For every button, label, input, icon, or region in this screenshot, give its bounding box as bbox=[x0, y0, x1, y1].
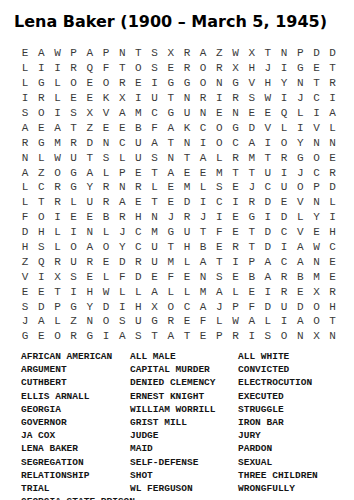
grid-cell[interactable]: J bbox=[292, 91, 308, 106]
grid-cell[interactable]: O bbox=[33, 106, 49, 121]
grid-cell[interactable]: W bbox=[260, 91, 276, 106]
grid-cell[interactable]: F bbox=[244, 299, 260, 314]
grid-cell[interactable]: H bbox=[325, 225, 341, 240]
grid-cell[interactable]: Y bbox=[276, 76, 292, 91]
grid-cell[interactable]: H bbox=[33, 225, 49, 240]
grid-cell[interactable]: U bbox=[66, 150, 82, 165]
grid-cell[interactable]: D bbox=[260, 299, 276, 314]
grid-cell[interactable]: E bbox=[130, 195, 146, 210]
grid-cell[interactable]: A bbox=[163, 165, 179, 180]
grid-cell[interactable]: L bbox=[292, 106, 308, 121]
grid-cell[interactable]: E bbox=[276, 195, 292, 210]
grid-cell[interactable]: R bbox=[276, 150, 292, 165]
grid-cell[interactable]: T bbox=[163, 240, 179, 255]
grid-cell[interactable]: Q bbox=[33, 254, 49, 269]
grid-cell[interactable]: T bbox=[179, 329, 195, 344]
grid-cell[interactable]: E bbox=[227, 210, 243, 225]
grid-cell[interactable]: S bbox=[98, 150, 114, 165]
grid-cell[interactable]: D bbox=[325, 180, 341, 195]
grid-cell[interactable]: S bbox=[147, 46, 163, 61]
grid-cell[interactable]: L bbox=[276, 120, 292, 135]
grid-cell[interactable]: Z bbox=[66, 314, 82, 329]
grid-cell[interactable]: R bbox=[33, 91, 49, 106]
grid-cell[interactable]: R bbox=[98, 180, 114, 195]
grid-cell[interactable]: O bbox=[33, 210, 49, 225]
grid-cell[interactable]: X bbox=[244, 46, 260, 61]
grid-cell[interactable]: V bbox=[260, 120, 276, 135]
grid-cell[interactable]: T bbox=[147, 329, 163, 344]
grid-cell[interactable]: D bbox=[308, 46, 324, 61]
grid-cell[interactable]: D bbox=[260, 225, 276, 240]
grid-cell[interactable]: A bbox=[163, 120, 179, 135]
grid-cell[interactable]: T bbox=[244, 225, 260, 240]
grid-cell[interactable]: R bbox=[98, 195, 114, 210]
grid-cell[interactable]: E bbox=[308, 61, 324, 76]
grid-cell[interactable]: J bbox=[260, 61, 276, 76]
grid-cell[interactable]: Z bbox=[33, 165, 49, 180]
grid-cell[interactable]: U bbox=[130, 150, 146, 165]
grid-cell[interactable]: D bbox=[292, 299, 308, 314]
grid-cell[interactable]: I bbox=[276, 314, 292, 329]
grid-cell[interactable]: E bbox=[292, 284, 308, 299]
grid-cell[interactable]: D bbox=[33, 299, 49, 314]
grid-cell[interactable]: W bbox=[227, 46, 243, 61]
grid-cell[interactable]: L bbox=[227, 284, 243, 299]
grid-cell[interactable]: L bbox=[17, 76, 33, 91]
grid-cell[interactable]: A bbox=[325, 106, 341, 121]
grid-cell[interactable]: A bbox=[114, 106, 130, 121]
grid-cell[interactable]: G bbox=[292, 150, 308, 165]
grid-cell[interactable]: T bbox=[260, 150, 276, 165]
grid-cell[interactable]: E bbox=[179, 269, 195, 284]
grid-cell[interactable]: L bbox=[179, 284, 195, 299]
grid-cell[interactable]: C bbox=[179, 299, 195, 314]
grid-cell[interactable]: A bbox=[195, 46, 211, 61]
grid-cell[interactable]: C bbox=[33, 180, 49, 195]
grid-cell[interactable]: O bbox=[49, 329, 65, 344]
grid-cell[interactable]: E bbox=[17, 284, 33, 299]
grid-cell[interactable]: P bbox=[98, 46, 114, 61]
grid-cell[interactable]: T bbox=[66, 120, 82, 135]
grid-cell[interactable]: J bbox=[17, 314, 33, 329]
grid-cell[interactable]: L bbox=[98, 225, 114, 240]
grid-cell[interactable]: S bbox=[66, 106, 82, 121]
grid-cell[interactable]: I bbox=[49, 106, 65, 121]
grid-cell[interactable]: I bbox=[66, 284, 82, 299]
grid-cell[interactable]: E bbox=[325, 269, 341, 284]
grid-cell[interactable]: O bbox=[163, 299, 179, 314]
grid-cell[interactable]: L bbox=[66, 195, 82, 210]
grid-cell[interactable]: T bbox=[227, 165, 243, 180]
grid-cell[interactable]: I bbox=[33, 269, 49, 284]
grid-cell[interactable]: N bbox=[82, 225, 98, 240]
grid-cell[interactable]: R bbox=[211, 61, 227, 76]
grid-cell[interactable]: A bbox=[82, 240, 98, 255]
grid-cell[interactable]: I bbox=[276, 165, 292, 180]
grid-cell[interactable]: U bbox=[276, 299, 292, 314]
grid-cell[interactable]: N bbox=[276, 46, 292, 61]
grid-cell[interactable]: R bbox=[163, 314, 179, 329]
grid-cell[interactable]: E bbox=[244, 284, 260, 299]
grid-cell[interactable]: R bbox=[49, 254, 65, 269]
grid-cell[interactable]: R bbox=[325, 76, 341, 91]
grid-cell[interactable]: K bbox=[179, 120, 195, 135]
grid-cell[interactable]: R bbox=[49, 195, 65, 210]
grid-cell[interactable]: S bbox=[211, 269, 227, 284]
grid-cell[interactable]: D bbox=[17, 225, 33, 240]
grid-cell[interactable]: N bbox=[114, 46, 130, 61]
grid-cell[interactable]: A bbox=[163, 329, 179, 344]
grid-cell[interactable]: U bbox=[66, 254, 82, 269]
grid-cell[interactable]: E bbox=[82, 91, 98, 106]
grid-cell[interactable]: S bbox=[114, 314, 130, 329]
grid-cell[interactable]: Y bbox=[82, 180, 98, 195]
grid-cell[interactable]: E bbox=[98, 254, 114, 269]
grid-cell[interactable]: M bbox=[179, 180, 195, 195]
grid-cell[interactable]: G bbox=[244, 210, 260, 225]
grid-cell[interactable]: K bbox=[98, 91, 114, 106]
grid-cell[interactable]: U bbox=[179, 106, 195, 121]
grid-cell[interactable]: T bbox=[260, 46, 276, 61]
grid-cell[interactable]: O bbox=[98, 76, 114, 91]
grid-cell[interactable]: M bbox=[308, 269, 324, 284]
grid-cell[interactable]: E bbox=[114, 120, 130, 135]
grid-cell[interactable]: U bbox=[147, 91, 163, 106]
grid-cell[interactable]: E bbox=[66, 91, 82, 106]
grid-cell[interactable]: O bbox=[292, 180, 308, 195]
grid-cell[interactable]: V bbox=[17, 269, 33, 284]
grid-cell[interactable]: F bbox=[114, 269, 130, 284]
grid-cell[interactable]: R bbox=[227, 329, 243, 344]
grid-cell[interactable]: L bbox=[114, 284, 130, 299]
grid-cell[interactable]: D bbox=[98, 299, 114, 314]
grid-cell[interactable]: P bbox=[244, 254, 260, 269]
grid-cell[interactable]: C bbox=[211, 195, 227, 210]
grid-cell[interactable]: E bbox=[195, 329, 211, 344]
grid-cell[interactable]: H bbox=[130, 299, 146, 314]
grid-cell[interactable]: E bbox=[227, 225, 243, 240]
grid-cell[interactable]: E bbox=[179, 165, 195, 180]
grid-cell[interactable]: E bbox=[82, 210, 98, 225]
grid-cell[interactable]: C bbox=[130, 240, 146, 255]
grid-cell[interactable]: J bbox=[244, 180, 260, 195]
grid-cell[interactable]: I bbox=[211, 210, 227, 225]
grid-cell[interactable]: N bbox=[195, 269, 211, 284]
grid-cell[interactable]: E bbox=[147, 269, 163, 284]
grid-cell[interactable]: D bbox=[260, 195, 276, 210]
grid-cell[interactable]: N bbox=[98, 135, 114, 150]
grid-cell[interactable]: O bbox=[195, 76, 211, 91]
grid-cell[interactable]: A bbox=[260, 269, 276, 284]
grid-cell[interactable]: R bbox=[17, 135, 33, 150]
grid-cell[interactable]: N bbox=[308, 195, 324, 210]
grid-cell[interactable]: E bbox=[66, 210, 82, 225]
grid-cell[interactable]: I bbox=[276, 240, 292, 255]
grid-cell[interactable]: G bbox=[292, 61, 308, 76]
grid-cell[interactable]: L bbox=[114, 150, 130, 165]
grid-cell[interactable]: V bbox=[244, 76, 260, 91]
grid-cell[interactable]: C bbox=[308, 165, 324, 180]
grid-cell[interactable]: Y bbox=[82, 299, 98, 314]
grid-cell[interactable]: T bbox=[82, 150, 98, 165]
grid-cell[interactable]: R bbox=[49, 180, 65, 195]
grid-cell[interactable]: I bbox=[130, 91, 146, 106]
grid-cell[interactable]: S bbox=[66, 269, 82, 284]
grid-cell[interactable]: C bbox=[147, 106, 163, 121]
grid-cell[interactable]: N bbox=[114, 180, 130, 195]
grid-cell[interactable]: N bbox=[179, 91, 195, 106]
grid-cell[interactable]: T bbox=[211, 254, 227, 269]
grid-cell[interactable]: A bbox=[244, 314, 260, 329]
grid-cell[interactable]: G bbox=[33, 76, 49, 91]
grid-cell[interactable]: N bbox=[211, 76, 227, 91]
grid-cell[interactable]: W bbox=[49, 46, 65, 61]
grid-cell[interactable]: X bbox=[163, 46, 179, 61]
grid-cell[interactable]: F bbox=[98, 61, 114, 76]
grid-cell[interactable]: B bbox=[98, 210, 114, 225]
grid-cell[interactable]: S bbox=[147, 150, 163, 165]
grid-cell[interactable]: R bbox=[114, 210, 130, 225]
grid-cell[interactable]: C bbox=[130, 225, 146, 240]
grid-cell[interactable]: R bbox=[130, 180, 146, 195]
grid-cell[interactable]: R bbox=[82, 254, 98, 269]
grid-cell[interactable]: Y bbox=[114, 240, 130, 255]
grid-cell[interactable]: E bbox=[244, 106, 260, 121]
grid-cell[interactable]: I bbox=[260, 210, 276, 225]
grid-cell[interactable]: R bbox=[325, 165, 341, 180]
grid-cell[interactable]: N bbox=[308, 254, 324, 269]
grid-cell[interactable]: R bbox=[66, 61, 82, 76]
grid-cell[interactable]: L bbox=[49, 314, 65, 329]
grid-cell[interactable]: E bbox=[33, 329, 49, 344]
grid-cell[interactable]: E bbox=[33, 284, 49, 299]
grid-cell[interactable]: F bbox=[163, 269, 179, 284]
grid-cell[interactable]: U bbox=[260, 165, 276, 180]
grid-cell[interactable]: S bbox=[33, 240, 49, 255]
grid-cell[interactable]: P bbox=[114, 165, 130, 180]
grid-cell[interactable]: R bbox=[276, 269, 292, 284]
grid-cell[interactable]: A bbox=[17, 165, 33, 180]
grid-cell[interactable]: I bbox=[325, 91, 341, 106]
grid-cell[interactable]: M bbox=[163, 254, 179, 269]
grid-cell[interactable]: E bbox=[227, 180, 243, 195]
grid-cell[interactable]: N bbox=[325, 329, 341, 344]
grid-cell[interactable]: G bbox=[33, 135, 49, 150]
grid-cell[interactable]: I bbox=[227, 254, 243, 269]
grid-cell[interactable]: C bbox=[227, 135, 243, 150]
grid-cell[interactable]: N bbox=[17, 150, 33, 165]
grid-cell[interactable]: U bbox=[276, 180, 292, 195]
grid-cell[interactable]: G bbox=[66, 299, 82, 314]
grid-cell[interactable]: I bbox=[66, 225, 82, 240]
grid-cell[interactable]: D bbox=[244, 120, 260, 135]
grid-cell[interactable]: G bbox=[227, 120, 243, 135]
grid-cell[interactable]: I bbox=[49, 210, 65, 225]
grid-cell[interactable]: A bbox=[33, 314, 49, 329]
grid-cell[interactable]: Q bbox=[276, 106, 292, 121]
grid-cell[interactable]: R bbox=[325, 284, 341, 299]
grid-cell[interactable]: J bbox=[163, 210, 179, 225]
grid-cell[interactable]: I bbox=[195, 135, 211, 150]
grid-cell[interactable]: R bbox=[66, 329, 82, 344]
grid-cell[interactable]: O bbox=[308, 299, 324, 314]
grid-cell[interactable]: O bbox=[98, 314, 114, 329]
grid-cell[interactable]: X bbox=[308, 329, 324, 344]
grid-cell[interactable]: L bbox=[17, 195, 33, 210]
grid-cell[interactable]: Z bbox=[82, 120, 98, 135]
grid-cell[interactable]: J bbox=[211, 299, 227, 314]
grid-cell[interactable]: L bbox=[33, 150, 49, 165]
grid-cell[interactable]: O bbox=[195, 61, 211, 76]
grid-cell[interactable]: R bbox=[244, 195, 260, 210]
grid-cell[interactable]: D bbox=[325, 46, 341, 61]
grid-cell[interactable]: P bbox=[308, 180, 324, 195]
grid-cell[interactable]: L bbox=[195, 180, 211, 195]
grid-cell[interactable]: E bbox=[325, 254, 341, 269]
grid-cell[interactable]: W bbox=[227, 314, 243, 329]
grid-cell[interactable]: L bbox=[130, 284, 146, 299]
grid-cell[interactable]: O bbox=[49, 165, 65, 180]
grid-cell[interactable]: I bbox=[292, 120, 308, 135]
grid-cell[interactable]: S bbox=[260, 329, 276, 344]
grid-cell[interactable]: O bbox=[308, 314, 324, 329]
grid-cell[interactable]: S bbox=[147, 61, 163, 76]
grid-cell[interactable]: X bbox=[82, 106, 98, 121]
grid-cell[interactable]: T bbox=[179, 150, 195, 165]
grid-cell[interactable]: T bbox=[147, 195, 163, 210]
grid-cell[interactable]: Y bbox=[308, 210, 324, 225]
grid-cell[interactable]: I bbox=[49, 61, 65, 76]
grid-cell[interactable]: A bbox=[114, 195, 130, 210]
grid-cell[interactable]: L bbox=[98, 165, 114, 180]
grid-cell[interactable]: E bbox=[179, 314, 195, 329]
grid-cell[interactable]: F bbox=[195, 314, 211, 329]
grid-cell[interactable]: O bbox=[66, 240, 82, 255]
grid-cell[interactable]: F bbox=[147, 120, 163, 135]
grid-cell[interactable]: R bbox=[195, 91, 211, 106]
grid-cell[interactable]: R bbox=[66, 135, 82, 150]
grid-cell[interactable]: L bbox=[17, 61, 33, 76]
grid-cell[interactable]: V bbox=[292, 225, 308, 240]
grid-cell[interactable]: S bbox=[211, 180, 227, 195]
grid-cell[interactable]: S bbox=[244, 91, 260, 106]
grid-cell[interactable]: L bbox=[325, 195, 341, 210]
grid-cell[interactable]: I bbox=[276, 91, 292, 106]
grid-cell[interactable]: E bbox=[211, 240, 227, 255]
grid-cell[interactable]: T bbox=[244, 240, 260, 255]
grid-cell[interactable]: O bbox=[276, 135, 292, 150]
grid-cell[interactable]: I bbox=[260, 135, 276, 150]
grid-cell[interactable]: L bbox=[98, 269, 114, 284]
grid-cell[interactable]: H bbox=[244, 61, 260, 76]
grid-cell[interactable]: O bbox=[308, 150, 324, 165]
grid-cell[interactable]: Z bbox=[17, 254, 33, 269]
grid-cell[interactable]: U bbox=[130, 314, 146, 329]
grid-cell[interactable]: A bbox=[292, 240, 308, 255]
grid-cell[interactable]: R bbox=[114, 76, 130, 91]
grid-cell[interactable]: C bbox=[308, 91, 324, 106]
grid-cell[interactable]: N bbox=[292, 76, 308, 91]
grid-cell[interactable]: I bbox=[195, 195, 211, 210]
grid-cell[interactable]: A bbox=[17, 120, 33, 135]
grid-cell[interactable]: A bbox=[82, 46, 98, 61]
grid-cell[interactable]: F bbox=[211, 225, 227, 240]
grid-cell[interactable]: H bbox=[82, 284, 98, 299]
grid-cell[interactable]: W bbox=[308, 240, 324, 255]
grid-cell[interactable]: R bbox=[227, 150, 243, 165]
grid-cell[interactable]: R bbox=[276, 284, 292, 299]
grid-cell[interactable]: H bbox=[325, 299, 341, 314]
grid-cell[interactable]: A bbox=[147, 135, 163, 150]
grid-cell[interactable]: B bbox=[244, 269, 260, 284]
grid-cell[interactable]: T bbox=[49, 284, 65, 299]
grid-cell[interactable]: A bbox=[82, 165, 98, 180]
grid-cell[interactable]: T bbox=[195, 225, 211, 240]
grid-cell[interactable]: F bbox=[17, 210, 33, 225]
grid-cell[interactable]: X bbox=[147, 299, 163, 314]
grid-cell[interactable]: S bbox=[17, 299, 33, 314]
grid-cell[interactable]: G bbox=[163, 225, 179, 240]
grid-cell[interactable]: A bbox=[292, 254, 308, 269]
grid-cell[interactable]: I bbox=[260, 284, 276, 299]
grid-cell[interactable]: L bbox=[260, 314, 276, 329]
grid-cell[interactable]: E bbox=[260, 106, 276, 121]
grid-cell[interactable]: P bbox=[66, 46, 82, 61]
grid-cell[interactable]: A bbox=[244, 135, 260, 150]
grid-cell[interactable]: J bbox=[114, 225, 130, 240]
grid-cell[interactable]: T bbox=[325, 61, 341, 76]
grid-cell[interactable]: G bbox=[227, 76, 243, 91]
grid-cell[interactable]: I bbox=[98, 329, 114, 344]
grid-cell[interactable]: Y bbox=[292, 135, 308, 150]
grid-cell[interactable]: S bbox=[130, 329, 146, 344]
grid-cell[interactable]: D bbox=[276, 210, 292, 225]
grid-cell[interactable]: A bbox=[260, 254, 276, 269]
grid-cell[interactable]: C bbox=[276, 225, 292, 240]
grid-cell[interactable]: G bbox=[147, 314, 163, 329]
grid-cell[interactable]: N bbox=[147, 210, 163, 225]
grid-cell[interactable]: R bbox=[130, 254, 146, 269]
grid-cell[interactable]: A bbox=[292, 314, 308, 329]
grid-cell[interactable]: X bbox=[227, 61, 243, 76]
grid-cell[interactable]: O bbox=[98, 240, 114, 255]
grid-cell[interactable]: D bbox=[114, 254, 130, 269]
grid-cell[interactable]: O bbox=[66, 76, 82, 91]
grid-cell[interactable]: X bbox=[49, 269, 65, 284]
grid-cell[interactable]: I bbox=[33, 61, 49, 76]
grid-cell[interactable]: W bbox=[49, 150, 65, 165]
grid-cell[interactable]: U bbox=[147, 254, 163, 269]
grid-cell[interactable]: I bbox=[114, 299, 130, 314]
grid-cell[interactable]: L bbox=[49, 91, 65, 106]
grid-cell[interactable]: E bbox=[195, 165, 211, 180]
grid-cell[interactable]: T bbox=[114, 61, 130, 76]
grid-cell[interactable]: L bbox=[49, 76, 65, 91]
grid-cell[interactable]: N bbox=[163, 150, 179, 165]
grid-cell[interactable]: V bbox=[292, 195, 308, 210]
grid-cell[interactable]: L bbox=[49, 225, 65, 240]
grid-cell[interactable]: L bbox=[17, 180, 33, 195]
grid-cell[interactable]: C bbox=[325, 240, 341, 255]
grid-cell[interactable]: O bbox=[276, 329, 292, 344]
grid-cell[interactable]: C bbox=[276, 254, 292, 269]
grid-cell[interactable]: E bbox=[163, 180, 179, 195]
grid-cell[interactable]: M bbox=[49, 135, 65, 150]
grid-cell[interactable]: E bbox=[130, 165, 146, 180]
grid-cell[interactable]: N bbox=[179, 135, 195, 150]
grid-cell[interactable]: B bbox=[195, 240, 211, 255]
grid-cell[interactable]: H bbox=[260, 76, 276, 91]
